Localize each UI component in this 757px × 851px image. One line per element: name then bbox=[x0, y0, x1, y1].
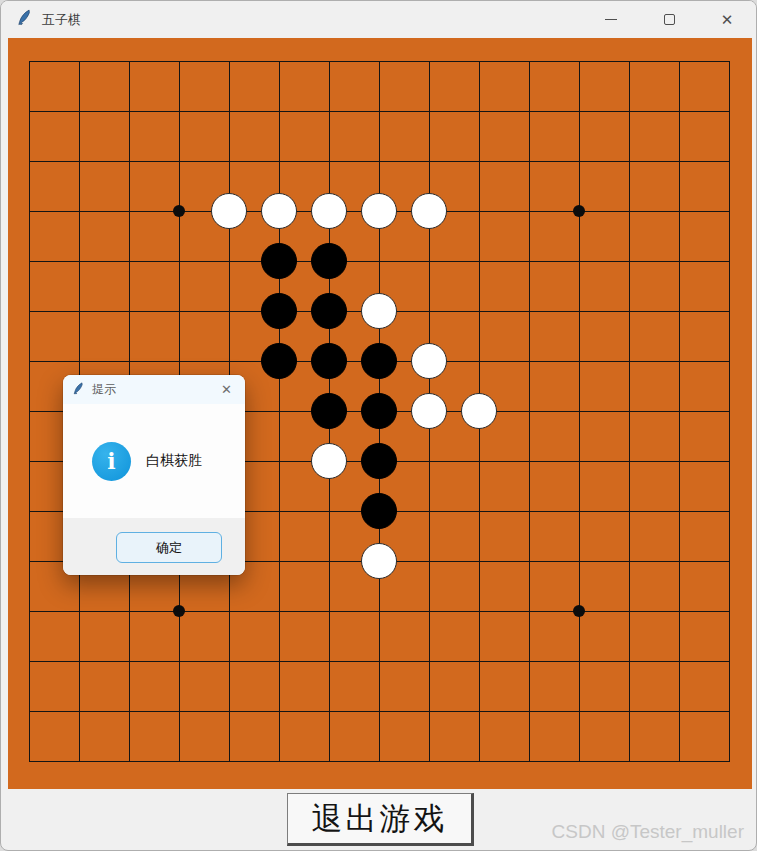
stone-black bbox=[311, 293, 347, 329]
board-cell[interactable] bbox=[529, 461, 579, 511]
board-cell[interactable] bbox=[679, 561, 729, 611]
board-cell[interactable] bbox=[529, 711, 579, 761]
board-cell[interactable] bbox=[679, 211, 729, 261]
board-cell[interactable] bbox=[79, 211, 129, 261]
board-cell[interactable] bbox=[479, 311, 529, 361]
board-cell[interactable] bbox=[179, 711, 229, 761]
stone-black bbox=[311, 393, 347, 429]
board-cell[interactable] bbox=[229, 611, 279, 661]
minimize-button[interactable] bbox=[582, 1, 640, 38]
stone-white bbox=[411, 193, 447, 229]
board-cell[interactable] bbox=[379, 661, 429, 711]
board-cell[interactable] bbox=[479, 711, 529, 761]
maximize-button[interactable] bbox=[640, 1, 698, 38]
board-cell[interactable] bbox=[429, 661, 479, 711]
tk-feather-icon-small bbox=[72, 381, 85, 399]
board-cell[interactable] bbox=[579, 511, 629, 561]
board-cell[interactable] bbox=[679, 611, 729, 661]
ok-button[interactable]: 确定 bbox=[116, 532, 222, 563]
titlebar: 五子棋 ✕ bbox=[1, 1, 756, 38]
board-cell[interactable] bbox=[479, 211, 529, 261]
stone-white bbox=[411, 393, 447, 429]
board-cell[interactable] bbox=[279, 111, 329, 161]
board-cell[interactable] bbox=[429, 711, 479, 761]
board-cell[interactable] bbox=[679, 261, 729, 311]
board-cell[interactable] bbox=[579, 611, 629, 661]
star-point bbox=[573, 205, 585, 217]
board-cell[interactable] bbox=[479, 161, 529, 211]
stone-white bbox=[361, 543, 397, 579]
board-cell[interactable] bbox=[29, 111, 79, 161]
board-cell[interactable] bbox=[629, 411, 679, 461]
board-cell[interactable] bbox=[379, 61, 429, 111]
board-cell[interactable] bbox=[179, 61, 229, 111]
board-cell[interactable] bbox=[429, 561, 479, 611]
star-point bbox=[573, 605, 585, 617]
star-point bbox=[173, 205, 185, 217]
board-cell[interactable] bbox=[529, 211, 579, 261]
info-icon: i bbox=[92, 442, 131, 481]
board-cell[interactable] bbox=[679, 361, 729, 411]
stone-black bbox=[361, 343, 397, 379]
board-cell[interactable] bbox=[529, 111, 579, 161]
board-cell[interactable] bbox=[629, 511, 679, 561]
board-cell[interactable] bbox=[579, 211, 629, 261]
board-cell[interactable] bbox=[679, 461, 729, 511]
board-cell[interactable] bbox=[629, 61, 679, 111]
board-cell[interactable] bbox=[529, 511, 579, 561]
board-cell[interactable] bbox=[579, 661, 629, 711]
dialog-title: 提示 bbox=[92, 381, 217, 398]
board-cell[interactable] bbox=[629, 461, 679, 511]
board-cell[interactable] bbox=[279, 661, 329, 711]
board-cell[interactable] bbox=[429, 461, 479, 511]
stone-black bbox=[261, 293, 297, 329]
board-cell[interactable] bbox=[279, 611, 329, 661]
board-cell[interactable] bbox=[279, 561, 329, 611]
board-cell[interactable] bbox=[229, 111, 279, 161]
board-cell[interactable] bbox=[629, 561, 679, 611]
board-cell[interactable] bbox=[229, 711, 279, 761]
board-cell[interactable] bbox=[129, 311, 179, 361]
board-cell[interactable] bbox=[379, 111, 429, 161]
board-cell[interactable] bbox=[29, 311, 79, 361]
stone-black bbox=[361, 393, 397, 429]
board-cell[interactable] bbox=[179, 661, 229, 711]
board-cell[interactable] bbox=[29, 661, 79, 711]
board-cell[interactable] bbox=[679, 711, 729, 761]
board-cell[interactable] bbox=[279, 61, 329, 111]
board-cell[interactable] bbox=[679, 311, 729, 361]
board-cell[interactable] bbox=[329, 61, 379, 111]
board-cell[interactable] bbox=[129, 111, 179, 161]
board-cell[interactable] bbox=[479, 511, 529, 561]
stone-white bbox=[361, 193, 397, 229]
board-cell[interactable] bbox=[579, 111, 629, 161]
stone-white bbox=[461, 393, 497, 429]
board-cell[interactable] bbox=[529, 261, 579, 311]
board-cell[interactable] bbox=[79, 161, 129, 211]
board-cell[interactable] bbox=[479, 611, 529, 661]
board-cell[interactable] bbox=[479, 561, 529, 611]
board-cell[interactable] bbox=[529, 661, 579, 711]
board-cell[interactable] bbox=[79, 261, 129, 311]
board-cell[interactable] bbox=[579, 461, 629, 511]
stone-white bbox=[261, 193, 297, 229]
board-cell[interactable] bbox=[629, 211, 679, 261]
dialog-titlebar: 提示 ✕ bbox=[63, 375, 245, 404]
gomoku-window: 五子棋 ✕ 提示 ✕ i 白棋 bbox=[0, 0, 757, 851]
board-cell[interactable] bbox=[379, 611, 429, 661]
board-cell[interactable] bbox=[479, 661, 529, 711]
board-cell[interactable] bbox=[129, 211, 179, 261]
board-cell[interactable] bbox=[129, 261, 179, 311]
board-cell[interactable] bbox=[579, 311, 629, 361]
stone-white bbox=[311, 193, 347, 229]
board-cell[interactable] bbox=[679, 411, 729, 461]
stone-black bbox=[311, 343, 347, 379]
star-point bbox=[173, 605, 185, 617]
dialog-message: 白棋获胜 bbox=[146, 452, 202, 470]
board-cell[interactable] bbox=[29, 161, 79, 211]
board-cell[interactable] bbox=[679, 111, 729, 161]
dialog-close-button[interactable]: ✕ bbox=[217, 380, 236, 399]
board-cell[interactable] bbox=[79, 661, 129, 711]
stone-white bbox=[361, 293, 397, 329]
watermark: CSDN @Tester_muller bbox=[552, 821, 744, 843]
board-cell[interactable] bbox=[179, 311, 229, 361]
minimize-icon bbox=[605, 19, 617, 20]
board-cell[interactable] bbox=[579, 261, 629, 311]
window-controls: ✕ bbox=[582, 1, 756, 38]
board-cell[interactable] bbox=[629, 361, 679, 411]
board-cell[interactable] bbox=[79, 61, 129, 111]
board-cell[interactable] bbox=[629, 111, 679, 161]
board-cell[interactable] bbox=[629, 161, 679, 211]
board-cell[interactable] bbox=[279, 711, 329, 761]
board-cell[interactable] bbox=[529, 611, 579, 661]
stone-black bbox=[361, 493, 397, 529]
board-cell[interactable] bbox=[329, 711, 379, 761]
board-cell[interactable] bbox=[629, 611, 679, 661]
board-cell[interactable] bbox=[429, 261, 479, 311]
maximize-icon bbox=[664, 14, 675, 25]
board-cell[interactable] bbox=[229, 61, 279, 111]
tk-feather-icon bbox=[16, 9, 33, 30]
stone-black bbox=[261, 243, 297, 279]
stone-white bbox=[211, 193, 247, 229]
board-cell[interactable] bbox=[79, 611, 129, 661]
board-cell[interactable] bbox=[579, 61, 629, 111]
board-cell[interactable] bbox=[79, 711, 129, 761]
board-cell[interactable] bbox=[679, 161, 729, 211]
board-cell[interactable] bbox=[329, 661, 379, 711]
board-cell[interactable] bbox=[629, 711, 679, 761]
close-icon: ✕ bbox=[721, 12, 734, 27]
board-cell[interactable] bbox=[329, 611, 379, 661]
board-cell[interactable] bbox=[679, 661, 729, 711]
win-dialog: 提示 ✕ i 白棋获胜 确定 bbox=[63, 375, 245, 575]
board-cell[interactable] bbox=[529, 361, 579, 411]
board-cell[interactable] bbox=[79, 311, 129, 361]
board-cell[interactable] bbox=[129, 661, 179, 711]
board-cell[interactable] bbox=[29, 611, 79, 661]
board-cell[interactable] bbox=[179, 611, 229, 661]
close-button[interactable]: ✕ bbox=[698, 1, 756, 38]
board-cell[interactable] bbox=[229, 661, 279, 711]
board-cell[interactable] bbox=[579, 161, 629, 211]
stone-black bbox=[311, 243, 347, 279]
stone-black bbox=[261, 343, 297, 379]
board-cell[interactable] bbox=[679, 61, 729, 111]
dialog-footer: 确定 bbox=[63, 518, 245, 575]
board-cell[interactable] bbox=[429, 511, 479, 561]
board-cell[interactable] bbox=[29, 211, 79, 261]
board-cell[interactable] bbox=[529, 161, 579, 211]
board-cell[interactable] bbox=[479, 61, 529, 111]
board-cell[interactable] bbox=[379, 711, 429, 761]
board-cell[interactable] bbox=[279, 511, 329, 561]
board-cell[interactable] bbox=[129, 711, 179, 761]
stone-white bbox=[311, 443, 347, 479]
board-cell[interactable] bbox=[579, 711, 629, 761]
board-cell[interactable] bbox=[679, 511, 729, 561]
board-cell[interactable] bbox=[479, 111, 529, 161]
board-cell[interactable] bbox=[329, 111, 379, 161]
window-title: 五子棋 bbox=[42, 11, 81, 29]
board-cell[interactable] bbox=[429, 611, 479, 661]
board-cell[interactable] bbox=[179, 261, 229, 311]
board-cell[interactable] bbox=[129, 611, 179, 661]
board-cell[interactable] bbox=[529, 411, 579, 461]
stone-black bbox=[361, 443, 397, 479]
board-cell[interactable] bbox=[179, 111, 229, 161]
dialog-body: i 白棋获胜 bbox=[63, 404, 245, 518]
board-cell[interactable] bbox=[479, 461, 529, 511]
board-cell[interactable] bbox=[579, 411, 629, 461]
board-cell[interactable] bbox=[79, 111, 129, 161]
board-cell[interactable] bbox=[429, 61, 479, 111]
board-cell[interactable] bbox=[29, 61, 79, 111]
board-cell[interactable] bbox=[629, 261, 679, 311]
board-cell[interactable] bbox=[129, 161, 179, 211]
board-cell[interactable] bbox=[629, 661, 679, 711]
board-cell[interactable] bbox=[29, 711, 79, 761]
board-cell[interactable] bbox=[579, 361, 629, 411]
board-cell[interactable] bbox=[529, 561, 579, 611]
board-cell[interactable] bbox=[429, 111, 479, 161]
board-cell[interactable] bbox=[129, 61, 179, 111]
exit-game-button[interactable]: 退出游戏 bbox=[287, 793, 474, 846]
board-cell[interactable] bbox=[529, 61, 579, 111]
board-cell[interactable] bbox=[629, 311, 679, 361]
board-cell[interactable] bbox=[529, 311, 579, 361]
board-cell[interactable] bbox=[479, 261, 529, 311]
stone-white bbox=[411, 343, 447, 379]
board-cell[interactable] bbox=[579, 561, 629, 611]
board-cell[interactable] bbox=[29, 261, 79, 311]
